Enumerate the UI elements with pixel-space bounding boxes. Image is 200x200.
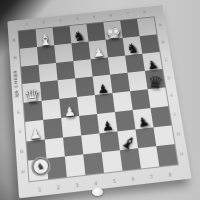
rank-label: E <box>170 93 174 98</box>
rank-label: D <box>167 75 171 80</box>
piece-white-queen[interactable]: ♛ <box>24 89 41 101</box>
square-c6[interactable] <box>56 61 75 81</box>
rank-label: F <box>174 112 177 117</box>
square-e6[interactable] <box>91 57 111 77</box>
piece-black-knight[interactable]: ♞ <box>73 33 87 42</box>
square-a6[interactable] <box>21 64 40 84</box>
square-a8[interactable] <box>19 30 37 49</box>
rank-label: G <box>176 131 180 136</box>
piece-white-pawn[interactable]: ♟ <box>29 130 41 139</box>
piece-black-pawn[interactable]: ♟ <box>137 118 151 129</box>
file-label: 5 <box>112 178 116 185</box>
square-b1[interactable] <box>46 157 66 179</box>
file-label: 2 <box>56 184 60 191</box>
rank-label: B <box>161 40 165 45</box>
board-brand-text: US CHESS <box>13 70 20 98</box>
rank-label: H <box>21 169 25 175</box>
square-d8[interactable]: ♞ <box>70 24 89 43</box>
square-d5[interactable] <box>75 77 95 97</box>
file-label: 1 <box>25 22 28 27</box>
rank-label: C <box>164 57 168 62</box>
file-label: 1 <box>38 186 42 193</box>
rank-label: E <box>17 110 20 115</box>
square-d6[interactable] <box>73 59 92 79</box>
square-h7[interactable] <box>140 34 160 53</box>
piece-black-knight[interactable]: ♞ <box>126 44 140 54</box>
square-h6[interactable]: ♟ <box>142 52 162 72</box>
square-c1[interactable] <box>65 155 86 177</box>
square-b3[interactable] <box>43 118 63 139</box>
file-label: 5 <box>93 15 96 19</box>
file-label: 6 <box>131 176 135 183</box>
piece-white-pawn[interactable]: ♟ <box>93 49 105 57</box>
file-label: 8 <box>168 171 172 178</box>
piece-black-pawn[interactable]: ♟ <box>101 122 114 131</box>
file-label: 4 <box>76 16 79 20</box>
square-d3[interactable] <box>79 114 99 135</box>
square-c7[interactable] <box>54 43 73 62</box>
square-b4[interactable] <box>42 99 62 120</box>
file-label: 6 <box>109 13 112 17</box>
square-f8[interactable]: ♚ <box>103 21 122 40</box>
square-b5[interactable] <box>40 80 59 100</box>
square-h8[interactable] <box>137 17 157 36</box>
chess-board-sheet: US CHESS 12345678 12345678 ABCDEFGH ABCD… <box>7 5 191 198</box>
rank-label: B <box>13 55 16 60</box>
square-h1[interactable] <box>156 144 177 166</box>
file-label: 7 <box>149 173 153 180</box>
photo-stage: US CHESS 12345678 12345678 ABCDEFGH ABCD… <box>0 0 200 200</box>
file-label: 3 <box>75 182 79 189</box>
rank-label: A <box>158 23 162 28</box>
square-c2[interactable] <box>63 135 83 157</box>
square-e7[interactable]: ♟ <box>88 40 107 59</box>
square-e8[interactable] <box>86 22 105 41</box>
square-a7[interactable] <box>20 47 39 66</box>
piece-white-bishop[interactable]: ♝ <box>38 36 52 46</box>
bag-clasp <box>92 188 103 196</box>
square-c5[interactable] <box>58 79 77 99</box>
board-grid: ♝♞♚♟♞♟♛♟♛♟♟♟♟♝ <box>19 17 178 181</box>
rank-label: H <box>180 151 184 156</box>
square-c8[interactable] <box>53 26 72 45</box>
piece-black-pawn[interactable]: ♟ <box>146 61 159 71</box>
square-b8[interactable]: ♝ <box>36 28 55 47</box>
file-label: 7 <box>126 11 129 15</box>
square-a3[interactable]: ♟ <box>25 120 45 141</box>
file-label: 2 <box>42 20 45 25</box>
piece-black-queen[interactable]: ♛ <box>147 76 164 88</box>
rank-label: G <box>20 149 24 154</box>
rank-label: F <box>19 129 22 134</box>
square-e5[interactable]: ♟ <box>93 75 113 95</box>
piece-black-pawn[interactable]: ♟ <box>97 85 109 94</box>
square-d2[interactable] <box>81 133 101 155</box>
square-h2[interactable] <box>153 125 174 147</box>
file-label: 8 <box>143 10 146 14</box>
square-h5[interactable]: ♛ <box>145 69 165 89</box>
square-b2[interactable] <box>45 137 65 159</box>
square-h3[interactable] <box>150 106 171 127</box>
piece-white-pawn[interactable]: ♟ <box>63 107 75 116</box>
file-label: 4 <box>94 180 98 187</box>
square-a5[interactable]: ♛ <box>22 82 41 102</box>
rank-label: A <box>12 38 15 43</box>
piece-white-king[interactable]: ♚ <box>105 27 122 39</box>
square-b6[interactable] <box>39 62 58 82</box>
square-d4[interactable] <box>77 95 97 116</box>
square-c4[interactable]: ♟ <box>59 97 79 118</box>
square-d1[interactable] <box>83 153 104 175</box>
file-label: 3 <box>59 18 62 23</box>
